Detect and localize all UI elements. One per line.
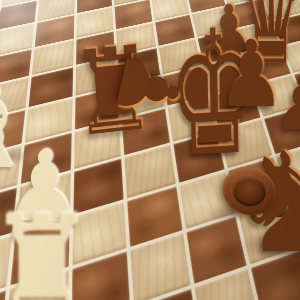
dark-pawn-piece-front: ♟ xyxy=(217,29,285,121)
chess-set-photo: ♛ ♟ ♟ ♚ ♜ ♟ ♟ ♞ ♝ ♟ ♜ xyxy=(0,0,300,300)
light-rook-piece: ♜ xyxy=(0,197,97,300)
